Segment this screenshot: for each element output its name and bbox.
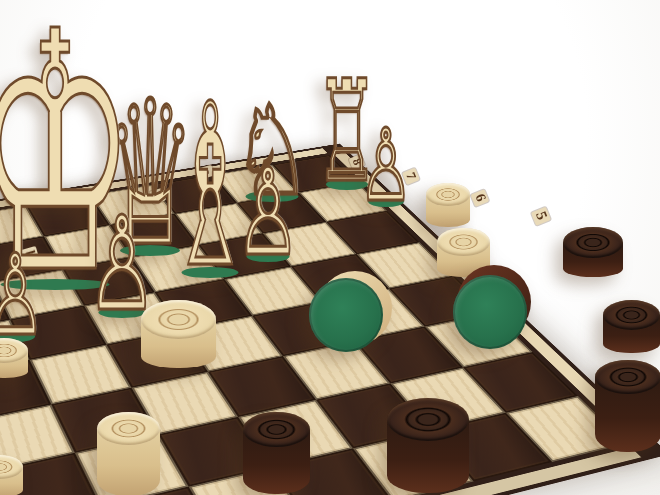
checker-top-rings [243, 412, 310, 447]
checker-top-rings [603, 300, 660, 330]
tipped-light-checker-d4 [309, 278, 383, 352]
checker-top-rings [595, 360, 660, 394]
light-checker-b2 [97, 412, 160, 495]
tipped-dark-checker-e3 [453, 275, 527, 349]
pawn-glyph: ♙ [359, 125, 413, 207]
checker-top-rings [97, 412, 160, 445]
photo-scene: bde8765 ♖♘♙♕♙♗♔♙♙ [0, 0, 660, 495]
dark-checker-g3 [603, 300, 660, 353]
light-checker-b4 [141, 300, 216, 368]
light-checker-a1 [0, 455, 23, 495]
pawn-glyph: ♙ [0, 250, 45, 342]
light-checker-h6 [426, 183, 470, 227]
checker-top-rings [426, 183, 470, 206]
dark-checker-e1 [387, 398, 469, 493]
dark-checker-c1 [243, 412, 310, 494]
bishop-glyph: ♗ [168, 94, 253, 279]
checker-top-rings [437, 228, 490, 256]
dark-checker-h2 [595, 360, 660, 452]
green-felt-face [309, 278, 383, 352]
dark-checker-h4 [563, 227, 623, 277]
green-felt-face [453, 275, 527, 349]
light-checker-a3 [0, 338, 28, 378]
checker-top-rings [141, 300, 216, 339]
pieces-layer: ♖♘♙♕♙♗♔♙♙ [0, 0, 660, 495]
checker-top-rings [387, 398, 469, 441]
checker-top-rings [563, 227, 623, 258]
